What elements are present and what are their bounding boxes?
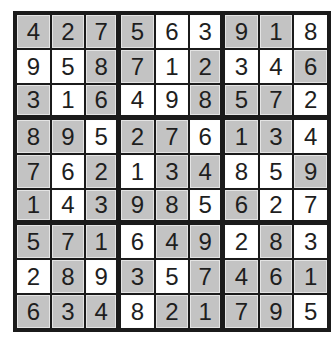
cell-r6c2[interactable]: 4 (52, 190, 85, 223)
cell-r1c9[interactable]: 8 (294, 15, 327, 48)
cell-r4c3[interactable]: 5 (86, 120, 119, 153)
cell-r2c1[interactable]: 9 (17, 50, 50, 83)
cell-r8c1[interactable]: 2 (17, 260, 50, 293)
cell-r9c7[interactable]: 7 (225, 295, 258, 328)
cell-r6c1[interactable]: 1 (17, 190, 50, 223)
cell-r1c6[interactable]: 3 (190, 15, 223, 48)
cell-r3c1[interactable]: 3 (17, 85, 50, 118)
cell-r1c5[interactable]: 6 (156, 15, 189, 48)
cell-r4c9[interactable]: 4 (294, 120, 327, 153)
cell-r5c7[interactable]: 8 (225, 155, 258, 188)
cell-r6c6[interactable]: 5 (190, 190, 223, 223)
cell-r2c4[interactable]: 7 (121, 50, 154, 83)
cell-r3c7[interactable]: 5 (225, 85, 258, 118)
cell-r3c8[interactable]: 7 (260, 85, 293, 118)
cell-r4c8[interactable]: 3 (260, 120, 293, 153)
cell-r1c7[interactable]: 9 (225, 15, 258, 48)
cell-r1c1[interactable]: 4 (17, 15, 50, 48)
cell-r3c2[interactable]: 1 (52, 85, 85, 118)
cell-r5c9[interactable]: 9 (294, 155, 327, 188)
cell-r8c6[interactable]: 7 (190, 260, 223, 293)
cell-r6c4[interactable]: 9 (121, 190, 154, 223)
cell-r4c5[interactable]: 7 (156, 120, 189, 153)
cell-r7c8[interactable]: 8 (260, 225, 293, 258)
cell-r3c9[interactable]: 2 (294, 85, 327, 118)
cell-r2c9[interactable]: 6 (294, 50, 327, 83)
cell-r7c1[interactable]: 5 (17, 225, 50, 258)
cell-r3c6[interactable]: 8 (190, 85, 223, 118)
cell-r5c3[interactable]: 2 (86, 155, 119, 188)
cell-r2c2[interactable]: 5 (52, 50, 85, 83)
cell-r7c9[interactable]: 3 (294, 225, 327, 258)
cell-r4c4[interactable]: 2 (121, 120, 154, 153)
cell-r1c3[interactable]: 7 (86, 15, 119, 48)
cell-r7c2[interactable]: 7 (52, 225, 85, 258)
cell-r5c4[interactable]: 1 (121, 155, 154, 188)
cell-r8c7[interactable]: 4 (225, 260, 258, 293)
cell-r5c5[interactable]: 3 (156, 155, 189, 188)
cell-r6c7[interactable]: 6 (225, 190, 258, 223)
cell-r1c2[interactable]: 2 (52, 15, 85, 48)
cell-r9c2[interactable]: 3 (52, 295, 85, 328)
page: 4275639189587123463164985728952761347621… (0, 0, 336, 341)
cell-r2c7[interactable]: 3 (225, 50, 258, 83)
cell-r6c8[interactable]: 2 (260, 190, 293, 223)
cell-r2c5[interactable]: 1 (156, 50, 189, 83)
cell-r3c3[interactable]: 6 (86, 85, 119, 118)
cell-r5c2[interactable]: 6 (52, 155, 85, 188)
cell-r9c8[interactable]: 9 (260, 295, 293, 328)
cell-r9c5[interactable]: 2 (156, 295, 189, 328)
cell-r5c8[interactable]: 5 (260, 155, 293, 188)
cell-r3c5[interactable]: 9 (156, 85, 189, 118)
cell-r7c5[interactable]: 4 (156, 225, 189, 258)
cell-r1c8[interactable]: 1 (260, 15, 293, 48)
cell-r4c1[interactable]: 8 (17, 120, 50, 153)
cell-r8c5[interactable]: 5 (156, 260, 189, 293)
cell-r7c4[interactable]: 6 (121, 225, 154, 258)
cell-r9c4[interactable]: 8 (121, 295, 154, 328)
cell-r8c8[interactable]: 6 (260, 260, 293, 293)
cell-r2c8[interactable]: 4 (260, 50, 293, 83)
cell-r9c3[interactable]: 4 (86, 295, 119, 328)
cell-r6c9[interactable]: 7 (294, 190, 327, 223)
cell-r7c6[interactable]: 9 (190, 225, 223, 258)
cell-r7c3[interactable]: 1 (86, 225, 119, 258)
cell-r8c3[interactable]: 9 (86, 260, 119, 293)
cell-r3c4[interactable]: 4 (121, 85, 154, 118)
cell-r2c3[interactable]: 8 (86, 50, 119, 83)
sudoku-board: 4275639189587123463164985728952761347621… (13, 11, 331, 332)
cell-r8c4[interactable]: 3 (121, 260, 154, 293)
cell-r2c6[interactable]: 2 (190, 50, 223, 83)
cell-r5c6[interactable]: 4 (190, 155, 223, 188)
cell-r4c7[interactable]: 1 (225, 120, 258, 153)
cell-r8c2[interactable]: 8 (52, 260, 85, 293)
cell-r9c9[interactable]: 5 (294, 295, 327, 328)
cell-r9c6[interactable]: 1 (190, 295, 223, 328)
cell-r6c3[interactable]: 3 (86, 190, 119, 223)
cell-r8c9[interactable]: 1 (294, 260, 327, 293)
cell-r9c1[interactable]: 6 (17, 295, 50, 328)
cell-r1c4[interactable]: 5 (121, 15, 154, 48)
cell-r5c1[interactable]: 7 (17, 155, 50, 188)
cell-r4c2[interactable]: 9 (52, 120, 85, 153)
cell-r4c6[interactable]: 6 (190, 120, 223, 153)
cell-r7c7[interactable]: 2 (225, 225, 258, 258)
cell-r6c5[interactable]: 8 (156, 190, 189, 223)
